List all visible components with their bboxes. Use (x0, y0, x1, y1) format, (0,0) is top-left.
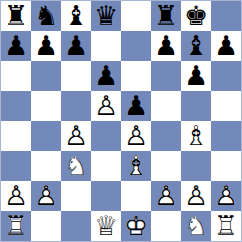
square-c8[interactable]: ♝ (61, 1, 91, 31)
square-d5[interactable]: ♟♙ (91, 91, 121, 121)
square-d8[interactable]: ♛ (91, 1, 121, 31)
square-c6[interactable] (61, 61, 91, 91)
piece-stroke-glyph: ♟ (214, 31, 238, 61)
square-e3[interactable]: ♝♗ (121, 151, 151, 181)
chess-board: ♜♞♝♛♜♚♟♟♟♟♝♟♟♟♟♙♟♟♙♟♙♝♗♞♘♝♗♟♙♟♙♟♙♟♙♟♙♜♖♛… (0, 0, 242, 242)
piece-black-pawn-g6: ♟ (184, 61, 208, 91)
piece-black-pawn-c7: ♟ (64, 31, 88, 61)
square-g5[interactable] (181, 91, 211, 121)
square-f2[interactable]: ♟♙ (151, 181, 181, 211)
square-e4[interactable]: ♟♙ (121, 121, 151, 151)
piece-stroke-glyph: ♙ (4, 181, 28, 211)
square-e8[interactable] (121, 1, 151, 31)
piece-stroke-glyph: ♙ (184, 181, 208, 211)
square-f5[interactable] (151, 91, 181, 121)
square-b7[interactable]: ♟ (31, 31, 61, 61)
square-h3[interactable] (211, 151, 241, 181)
piece-stroke-glyph: ♛ (94, 1, 118, 31)
square-b5[interactable] (31, 91, 61, 121)
piece-stroke-glyph: ♔ (124, 211, 148, 241)
piece-black-queen-d8: ♛ (94, 1, 118, 31)
square-h6[interactable] (211, 61, 241, 91)
square-e5[interactable]: ♟ (121, 91, 151, 121)
square-a2[interactable]: ♟♙ (1, 181, 31, 211)
piece-stroke-glyph: ♜ (154, 1, 178, 31)
square-f3[interactable] (151, 151, 181, 181)
square-c4[interactable]: ♟♙ (61, 121, 91, 151)
square-a5[interactable] (1, 91, 31, 121)
piece-stroke-glyph: ♟ (94, 61, 118, 91)
square-c7[interactable]: ♟ (61, 31, 91, 61)
square-a7[interactable]: ♟ (1, 31, 31, 61)
square-h8[interactable] (211, 1, 241, 31)
piece-stroke-glyph: ♟ (184, 61, 208, 91)
square-b4[interactable] (31, 121, 61, 151)
piece-stroke-glyph: ♙ (64, 121, 88, 151)
piece-stroke-glyph: ♝ (184, 31, 208, 61)
piece-white-pawn-e4: ♟♙ (124, 121, 148, 151)
piece-stroke-glyph: ♙ (34, 181, 58, 211)
piece-stroke-glyph: ♘ (64, 151, 88, 181)
piece-stroke-glyph: ♟ (154, 31, 178, 61)
piece-stroke-glyph: ♟ (124, 91, 148, 121)
piece-stroke-glyph: ♜ (4, 1, 28, 31)
square-g1[interactable]: ♞♘ (181, 211, 211, 241)
piece-white-pawn-g2: ♟♙ (184, 181, 208, 211)
square-a4[interactable] (1, 121, 31, 151)
piece-white-knight-g1: ♞♘ (184, 211, 208, 241)
square-h4[interactable] (211, 121, 241, 151)
piece-black-pawn-b7: ♟ (34, 31, 58, 61)
piece-black-knight-b8: ♞ (34, 1, 58, 31)
square-f6[interactable] (151, 61, 181, 91)
square-f8[interactable]: ♜ (151, 1, 181, 31)
square-c5[interactable] (61, 91, 91, 121)
piece-stroke-glyph: ♘ (184, 211, 208, 241)
square-c2[interactable] (61, 181, 91, 211)
piece-stroke-glyph: ♙ (124, 121, 148, 151)
piece-stroke-glyph: ♖ (4, 211, 28, 241)
piece-stroke-glyph: ♖ (214, 211, 238, 241)
piece-black-rook-f8: ♜ (154, 1, 178, 31)
square-e6[interactable] (121, 61, 151, 91)
square-b2[interactable]: ♟♙ (31, 181, 61, 211)
square-f1[interactable] (151, 211, 181, 241)
square-c1[interactable] (61, 211, 91, 241)
piece-white-pawn-h2: ♟♙ (214, 181, 238, 211)
piece-stroke-glyph: ♕ (94, 211, 118, 241)
piece-white-rook-a1: ♜♖ (4, 211, 28, 241)
piece-black-bishop-c8: ♝ (64, 1, 88, 31)
piece-stroke-glyph: ♞ (34, 1, 58, 31)
square-d6[interactable]: ♟ (91, 61, 121, 91)
square-g2[interactable]: ♟♙ (181, 181, 211, 211)
piece-black-pawn-a7: ♟ (4, 31, 28, 61)
piece-stroke-glyph: ♟ (34, 31, 58, 61)
square-g3[interactable] (181, 151, 211, 181)
square-g4[interactable]: ♝♗ (181, 121, 211, 151)
square-d7[interactable] (91, 31, 121, 61)
piece-black-bishop-g7: ♝ (184, 31, 208, 61)
square-b3[interactable] (31, 151, 61, 181)
piece-white-king-e1: ♚♔ (124, 211, 148, 241)
square-e1[interactable]: ♚♔ (121, 211, 151, 241)
square-d3[interactable] (91, 151, 121, 181)
piece-white-knight-c3: ♞♘ (64, 151, 88, 181)
chess-board-window: ♜♞♝♛♜♚♟♟♟♟♝♟♟♟♟♙♟♟♙♟♙♝♗♞♘♝♗♟♙♟♙♟♙♟♙♟♙♜♖♛… (0, 0, 242, 242)
square-e7[interactable] (121, 31, 151, 61)
square-f4[interactable] (151, 121, 181, 151)
square-a8[interactable]: ♜ (1, 1, 31, 31)
piece-stroke-glyph: ♙ (94, 91, 118, 121)
piece-white-rook-h1: ♜♖ (214, 211, 238, 241)
piece-stroke-glyph: ♙ (154, 181, 178, 211)
piece-stroke-glyph: ♝ (64, 1, 88, 31)
piece-black-pawn-f7: ♟ (154, 31, 178, 61)
piece-stroke-glyph: ♟ (4, 31, 28, 61)
piece-white-bishop-g4: ♝♗ (184, 121, 208, 151)
piece-stroke-glyph: ♗ (124, 151, 148, 181)
piece-white-pawn-c4: ♟♙ (64, 121, 88, 151)
square-h2[interactable]: ♟♙ (211, 181, 241, 211)
square-a6[interactable] (1, 61, 31, 91)
square-c3[interactable]: ♞♘ (61, 151, 91, 181)
square-b8[interactable]: ♞ (31, 1, 61, 31)
square-a3[interactable] (1, 151, 31, 181)
piece-white-pawn-f2: ♟♙ (154, 181, 178, 211)
piece-black-pawn-e5: ♟ (124, 91, 148, 121)
square-g7[interactable]: ♝ (181, 31, 211, 61)
piece-stroke-glyph: ♚ (184, 1, 208, 31)
piece-white-pawn-a2: ♟♙ (4, 181, 28, 211)
piece-white-queen-d1: ♛♕ (94, 211, 118, 241)
piece-stroke-glyph: ♙ (214, 181, 238, 211)
piece-white-pawn-b2: ♟♙ (34, 181, 58, 211)
square-d1[interactable]: ♛♕ (91, 211, 121, 241)
square-d2[interactable] (91, 181, 121, 211)
square-g8[interactable]: ♚ (181, 1, 211, 31)
square-b6[interactable] (31, 61, 61, 91)
piece-black-pawn-d6: ♟ (94, 61, 118, 91)
square-a1[interactable]: ♜♖ (1, 211, 31, 241)
square-h1[interactable]: ♜♖ (211, 211, 241, 241)
piece-stroke-glyph: ♟ (64, 31, 88, 61)
square-h5[interactable] (211, 91, 241, 121)
square-f7[interactable]: ♟ (151, 31, 181, 61)
piece-black-pawn-h7: ♟ (214, 31, 238, 61)
square-h7[interactable]: ♟ (211, 31, 241, 61)
piece-white-pawn-d5: ♟♙ (94, 91, 118, 121)
square-b1[interactable] (31, 211, 61, 241)
piece-black-king-g8: ♚ (184, 1, 208, 31)
piece-white-bishop-e3: ♝♗ (124, 151, 148, 181)
square-d4[interactable] (91, 121, 121, 151)
square-e2[interactable] (121, 181, 151, 211)
square-g6[interactable]: ♟ (181, 61, 211, 91)
piece-black-rook-a8: ♜ (4, 1, 28, 31)
piece-stroke-glyph: ♗ (184, 121, 208, 151)
